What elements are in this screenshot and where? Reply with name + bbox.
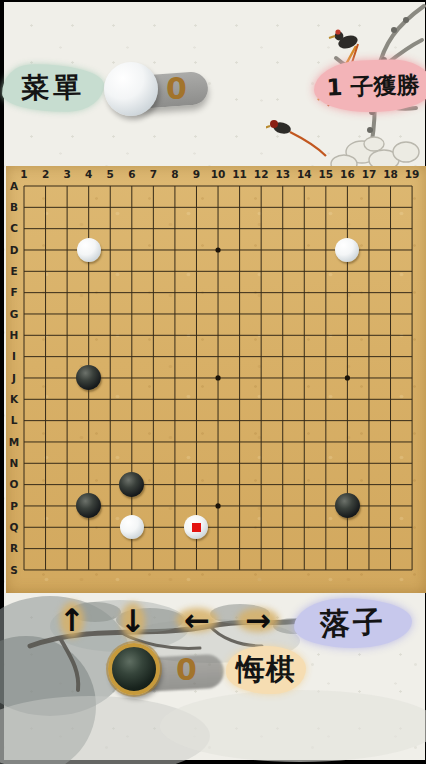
board-coordinate-label: G	[10, 308, 19, 320]
white-capture-count: 0	[166, 71, 187, 106]
board-coordinate-label: M	[9, 436, 19, 448]
board-coordinate-label: 9	[193, 168, 200, 180]
board-coordinate-label: 18	[383, 168, 398, 180]
board-coordinate-label: 8	[171, 168, 178, 180]
board-coordinate-label: F	[10, 286, 17, 298]
pan-up-button[interactable]: ↑	[52, 600, 92, 640]
left-arrow-icon: ←	[184, 602, 210, 638]
white-stone-icon	[104, 62, 158, 116]
board-coordinate-label: 14	[297, 168, 312, 180]
app-root: 菜單 0 1 子獲勝 12345678910111213141516171819…	[0, 0, 426, 764]
white-captures-counter: 0	[104, 60, 216, 124]
board-coordinate-label: E	[10, 265, 17, 277]
board-coordinate-label: Q	[10, 521, 19, 533]
undo-button[interactable]: 悔棋	[226, 646, 306, 694]
board-coordinate-label: D	[10, 244, 19, 256]
board-coordinate-label: S	[10, 564, 18, 576]
board-coordinate-label: J	[11, 372, 16, 384]
board-coordinate-label: 4	[85, 168, 92, 180]
board-coordinate-label: 11	[232, 168, 247, 180]
undo-button-label: 悔棋	[236, 650, 296, 690]
board-coordinate-label: P	[10, 500, 18, 512]
right-arrow-icon: →	[245, 602, 271, 638]
board-coordinate-label: 7	[150, 168, 157, 180]
board-coordinate-label: 12	[254, 168, 269, 180]
board-coordinate-label: H	[10, 329, 19, 341]
status-banner-label: 1 子獲勝	[326, 69, 420, 103]
board-coordinate-label: O	[10, 478, 19, 490]
board-coordinate-label: 19	[405, 168, 420, 180]
board-coordinate-label: 2	[42, 168, 49, 180]
stone-white	[77, 238, 101, 262]
bird-icon	[266, 120, 326, 156]
board-coordinate-label: R	[10, 542, 18, 554]
place-stone-label: 落子	[319, 601, 386, 644]
board-coordinate-label: C	[10, 222, 18, 234]
board-coordinate-label: N	[10, 457, 19, 469]
board-coordinate-label: 16	[340, 168, 355, 180]
board-coordinate-label: 17	[362, 168, 377, 180]
down-arrow-icon: ↓	[120, 603, 146, 639]
board-coordinate-label: 13	[275, 168, 290, 180]
board-coordinate-label: L	[11, 414, 18, 426]
pan-left-button[interactable]: ←	[177, 600, 217, 640]
board-coordinate-label: 5	[107, 168, 114, 180]
star-point	[215, 503, 220, 508]
board-coordinate-label: B	[10, 201, 18, 213]
board-coordinate-label: 1	[20, 168, 27, 180]
board-coordinate-label: K	[10, 393, 19, 405]
stone-white	[120, 515, 144, 539]
black-stone-icon	[108, 643, 160, 695]
black-captures-counter: 0	[106, 640, 222, 704]
board-coordinate-label: 10	[211, 168, 226, 180]
star-point	[345, 375, 350, 380]
black-capture-count: 0	[176, 652, 197, 687]
board-coordinate-label: A	[10, 180, 19, 192]
star-point	[215, 247, 220, 252]
pan-down-button[interactable]: ↓	[113, 601, 153, 641]
star-point	[215, 375, 220, 380]
board-coordinate-label: I	[12, 350, 16, 362]
board-coordinate-label: 15	[319, 168, 334, 180]
go-board[interactable]: 12345678910111213141516171819ABCDEFGHIJK…	[6, 166, 426, 593]
menu-button-label: 菜單	[21, 68, 86, 107]
board-coordinate-label: 6	[128, 168, 135, 180]
up-arrow-icon: ↑	[59, 602, 85, 638]
board-coordinate-label: 3	[63, 168, 70, 180]
pan-right-button[interactable]: →	[238, 600, 278, 640]
board-grid: 12345678910111213141516171819ABCDEFGHIJK…	[6, 166, 426, 593]
last-move-marker	[192, 523, 201, 532]
